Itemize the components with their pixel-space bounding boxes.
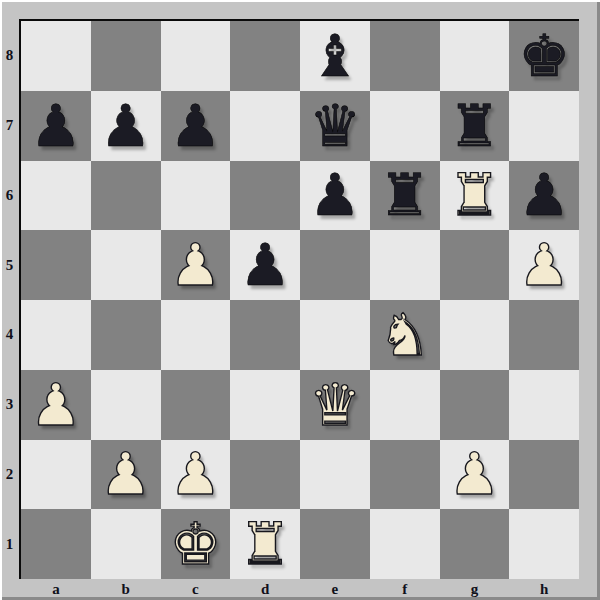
square-g5[interactable] [440, 230, 510, 300]
square-f3[interactable] [370, 370, 440, 440]
square-b8[interactable] [91, 21, 161, 91]
square-d6[interactable] [230, 161, 300, 231]
square-d7[interactable] [230, 91, 300, 161]
square-d8[interactable] [230, 21, 300, 91]
square-b1[interactable] [91, 509, 161, 579]
piece-white-pawn[interactable]: ♟ [161, 440, 231, 510]
piece-white-rook[interactable]: ♜ [440, 161, 510, 231]
piece-black-rook[interactable]: ♜ [440, 91, 510, 161]
square-e1[interactable] [300, 509, 370, 579]
piece-white-pawn[interactable]: ♟ [161, 230, 231, 300]
square-g3[interactable] [440, 370, 510, 440]
piece-white-queen[interactable]: ♛ [300, 370, 370, 440]
square-b5[interactable] [91, 230, 161, 300]
square-e5[interactable] [300, 230, 370, 300]
square-d2[interactable] [230, 440, 300, 510]
piece-black-pawn[interactable]: ♟ [21, 91, 91, 161]
square-h5[interactable]: ♟ [509, 230, 579, 300]
rank-label-5: 5 [0, 230, 19, 300]
square-c5[interactable]: ♟ [161, 230, 231, 300]
square-g1[interactable] [440, 509, 510, 579]
file-label-c: c [161, 579, 231, 599]
square-e8[interactable]: ♝ [300, 21, 370, 91]
piece-white-pawn[interactable]: ♟ [509, 230, 579, 300]
square-c8[interactable] [161, 21, 231, 91]
square-a3[interactable]: ♟ [21, 370, 91, 440]
square-a8[interactable] [21, 21, 91, 91]
square-f2[interactable] [370, 440, 440, 510]
piece-black-pawn[interactable]: ♟ [230, 230, 300, 300]
square-h1[interactable] [509, 509, 579, 579]
square-b7[interactable]: ♟ [91, 91, 161, 161]
file-label-h: h [509, 579, 579, 599]
rank-label-6: 6 [0, 161, 19, 231]
piece-black-pawn[interactable]: ♟ [161, 91, 231, 161]
rank-label-1: 1 [0, 509, 19, 579]
piece-black-pawn[interactable]: ♟ [509, 161, 579, 231]
piece-black-rook[interactable]: ♜ [370, 161, 440, 231]
square-c4[interactable] [161, 300, 231, 370]
square-g2[interactable]: ♟ [440, 440, 510, 510]
square-e4[interactable] [300, 300, 370, 370]
piece-white-pawn[interactable]: ♟ [21, 370, 91, 440]
piece-white-rook[interactable]: ♜ [230, 509, 300, 579]
square-a2[interactable] [21, 440, 91, 510]
rank-label-4: 4 [0, 300, 19, 370]
piece-white-pawn[interactable]: ♟ [91, 440, 161, 510]
file-label-d: d [230, 579, 300, 599]
square-b3[interactable] [91, 370, 161, 440]
square-h4[interactable] [509, 300, 579, 370]
square-h8[interactable]: ♚ [509, 21, 579, 91]
square-h3[interactable] [509, 370, 579, 440]
square-d1[interactable]: ♜ [230, 509, 300, 579]
piece-black-pawn[interactable]: ♟ [91, 91, 161, 161]
file-label-b: b [91, 579, 161, 599]
piece-black-king[interactable]: ♚ [509, 21, 579, 91]
rank-label-3: 3 [0, 370, 19, 440]
rank-label-7: 7 [0, 91, 19, 161]
file-label-g: g [440, 579, 510, 599]
file-label-a: a [21, 579, 91, 599]
square-g8[interactable] [440, 21, 510, 91]
piece-black-queen[interactable]: ♛ [300, 91, 370, 161]
rank-coordinates: 8 7 6 5 4 3 2 1 [0, 21, 19, 579]
square-g6[interactable]: ♜ [440, 161, 510, 231]
square-c3[interactable] [161, 370, 231, 440]
chess-board: ♝♚♟♟♟♛♜♟♜♜♟♟♟♟♞♟♛♟♟♟♚♜ [21, 21, 579, 579]
square-e6[interactable]: ♟ [300, 161, 370, 231]
piece-white-king[interactable]: ♚ [161, 509, 231, 579]
piece-black-bishop[interactable]: ♝ [300, 21, 370, 91]
square-h7[interactable] [509, 91, 579, 161]
square-e7[interactable]: ♛ [300, 91, 370, 161]
piece-white-pawn[interactable]: ♟ [440, 440, 510, 510]
square-a5[interactable] [21, 230, 91, 300]
square-a7[interactable]: ♟ [21, 91, 91, 161]
square-e3[interactable]: ♛ [300, 370, 370, 440]
diagram-frame: 8 7 6 5 4 3 2 1 ♝♚♟♟♟♛♜♟♜♜♟♟♟♟♞♟♛♟♟♟♚♜ a… [0, 0, 600, 600]
file-coordinates: a b c d e f g h [21, 579, 579, 599]
square-b4[interactable] [91, 300, 161, 370]
rank-label-2: 2 [0, 440, 19, 510]
square-h6[interactable]: ♟ [509, 161, 579, 231]
file-label-e: e [300, 579, 370, 599]
piece-white-knight[interactable]: ♞ [370, 300, 440, 370]
square-c2[interactable]: ♟ [161, 440, 231, 510]
square-b6[interactable] [91, 161, 161, 231]
square-c7[interactable]: ♟ [161, 91, 231, 161]
square-a1[interactable] [21, 509, 91, 579]
square-f8[interactable] [370, 21, 440, 91]
square-d5[interactable]: ♟ [230, 230, 300, 300]
square-f5[interactable] [370, 230, 440, 300]
file-label-f: f [370, 579, 440, 599]
square-h2[interactable] [509, 440, 579, 510]
rank-label-8: 8 [0, 21, 19, 91]
square-f7[interactable] [370, 91, 440, 161]
square-d3[interactable] [230, 370, 300, 440]
square-d4[interactable] [230, 300, 300, 370]
square-g7[interactable]: ♜ [440, 91, 510, 161]
square-f4[interactable]: ♞ [370, 300, 440, 370]
square-c1[interactable]: ♚ [161, 509, 231, 579]
square-c6[interactable] [161, 161, 231, 231]
square-f1[interactable] [370, 509, 440, 579]
square-e2[interactable] [300, 440, 370, 510]
square-a4[interactable] [21, 300, 91, 370]
square-g4[interactable] [440, 300, 510, 370]
square-a6[interactable] [21, 161, 91, 231]
square-b2[interactable]: ♟ [91, 440, 161, 510]
square-f6[interactable]: ♜ [370, 161, 440, 231]
piece-black-pawn[interactable]: ♟ [300, 161, 370, 231]
